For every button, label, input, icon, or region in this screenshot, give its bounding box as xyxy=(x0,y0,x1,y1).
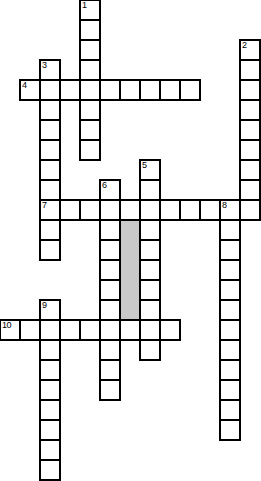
cell[interactable] xyxy=(239,179,261,201)
cell[interactable] xyxy=(99,359,121,381)
cell[interactable] xyxy=(219,219,241,241)
cell[interactable] xyxy=(199,199,221,221)
cell[interactable]: 7 xyxy=(39,199,61,221)
cell[interactable] xyxy=(139,179,161,201)
cell[interactable] xyxy=(39,379,61,401)
cell[interactable] xyxy=(219,419,241,441)
cell[interactable] xyxy=(159,199,181,221)
cell[interactable] xyxy=(79,99,101,121)
cell[interactable] xyxy=(219,259,241,281)
cell[interactable] xyxy=(79,59,101,81)
cell[interactable] xyxy=(99,219,121,241)
cell[interactable] xyxy=(239,59,261,81)
cell[interactable] xyxy=(99,299,121,321)
cell[interactable] xyxy=(219,379,241,401)
clue-number: 2 xyxy=(242,41,247,50)
cell[interactable] xyxy=(219,239,241,261)
cell[interactable]: 2 xyxy=(239,39,261,61)
cell[interactable] xyxy=(39,439,61,461)
clue-number: 8 xyxy=(222,201,227,210)
cell[interactable] xyxy=(139,239,161,261)
cell[interactable]: 6 xyxy=(99,179,121,201)
clue-number: 1 xyxy=(82,1,87,10)
cell[interactable] xyxy=(219,319,241,341)
cell[interactable] xyxy=(219,399,241,421)
cell[interactable] xyxy=(159,319,181,341)
cell[interactable] xyxy=(219,299,241,321)
cell[interactable] xyxy=(79,139,101,161)
cell[interactable] xyxy=(139,279,161,301)
cell[interactable] xyxy=(79,119,101,141)
cell[interactable] xyxy=(239,139,261,161)
cell[interactable] xyxy=(119,319,141,341)
cell[interactable] xyxy=(99,339,121,361)
clue-number: 7 xyxy=(42,201,47,210)
cell[interactable]: 9 xyxy=(39,299,61,321)
cell[interactable]: 8 xyxy=(219,199,241,221)
cell[interactable] xyxy=(99,319,121,341)
cell[interactable] xyxy=(99,239,121,261)
cell[interactable] xyxy=(79,199,101,221)
cell[interactable] xyxy=(99,199,121,221)
cell[interactable] xyxy=(99,379,121,401)
cell[interactable] xyxy=(39,79,61,101)
cell[interactable]: 1 xyxy=(79,0,101,21)
cell[interactable] xyxy=(239,99,261,121)
cell[interactable] xyxy=(179,79,201,101)
cell[interactable] xyxy=(99,279,121,301)
clue-number: 5 xyxy=(142,161,147,170)
clue-number: 10 xyxy=(2,321,11,330)
cell[interactable] xyxy=(39,399,61,421)
clue-number: 6 xyxy=(102,181,107,190)
cell[interactable] xyxy=(219,359,241,381)
cell[interactable] xyxy=(39,339,61,361)
crossword-board: 12345678910 xyxy=(0,0,261,481)
cell[interactable] xyxy=(99,79,121,101)
clue-number: 3 xyxy=(42,61,47,70)
cell[interactable]: 4 xyxy=(19,79,41,101)
cell[interactable] xyxy=(139,299,161,321)
cell[interactable] xyxy=(39,419,61,441)
cell[interactable] xyxy=(39,99,61,121)
cell[interactable] xyxy=(139,259,161,281)
cell[interactable] xyxy=(39,219,61,241)
cell[interactable] xyxy=(79,319,101,341)
cell[interactable] xyxy=(39,239,61,261)
cell[interactable] xyxy=(39,179,61,201)
cell[interactable] xyxy=(119,79,141,101)
clue-number: 9 xyxy=(42,301,47,310)
cell[interactable] xyxy=(159,79,181,101)
cell[interactable] xyxy=(239,199,261,221)
cell[interactable] xyxy=(39,119,61,141)
cell[interactable] xyxy=(19,319,41,341)
cell[interactable] xyxy=(119,199,141,221)
cell[interactable] xyxy=(139,219,161,241)
cell[interactable] xyxy=(239,119,261,141)
cell[interactable] xyxy=(39,139,61,161)
cell[interactable] xyxy=(39,159,61,181)
cell[interactable] xyxy=(79,79,101,101)
cell[interactable] xyxy=(139,339,161,361)
cell[interactable] xyxy=(139,319,161,341)
cell[interactable] xyxy=(59,199,81,221)
cell[interactable]: 5 xyxy=(139,159,161,181)
cell[interactable] xyxy=(219,279,241,301)
cell[interactable] xyxy=(59,319,81,341)
cell[interactable] xyxy=(219,339,241,361)
cell[interactable] xyxy=(39,359,61,381)
cell[interactable] xyxy=(39,319,61,341)
cell[interactable] xyxy=(39,459,61,481)
cell[interactable] xyxy=(79,19,101,41)
cell[interactable] xyxy=(139,79,161,101)
gray-highlight-bar xyxy=(119,219,141,321)
cell[interactable]: 10 xyxy=(0,319,21,341)
cell[interactable]: 3 xyxy=(39,59,61,81)
cell[interactable] xyxy=(239,79,261,101)
cell[interactable] xyxy=(139,199,161,221)
clue-number: 4 xyxy=(22,81,27,90)
cell[interactable] xyxy=(59,79,81,101)
cell[interactable] xyxy=(179,199,201,221)
cell[interactable] xyxy=(79,39,101,61)
cell[interactable] xyxy=(99,259,121,281)
cell[interactable] xyxy=(239,159,261,181)
